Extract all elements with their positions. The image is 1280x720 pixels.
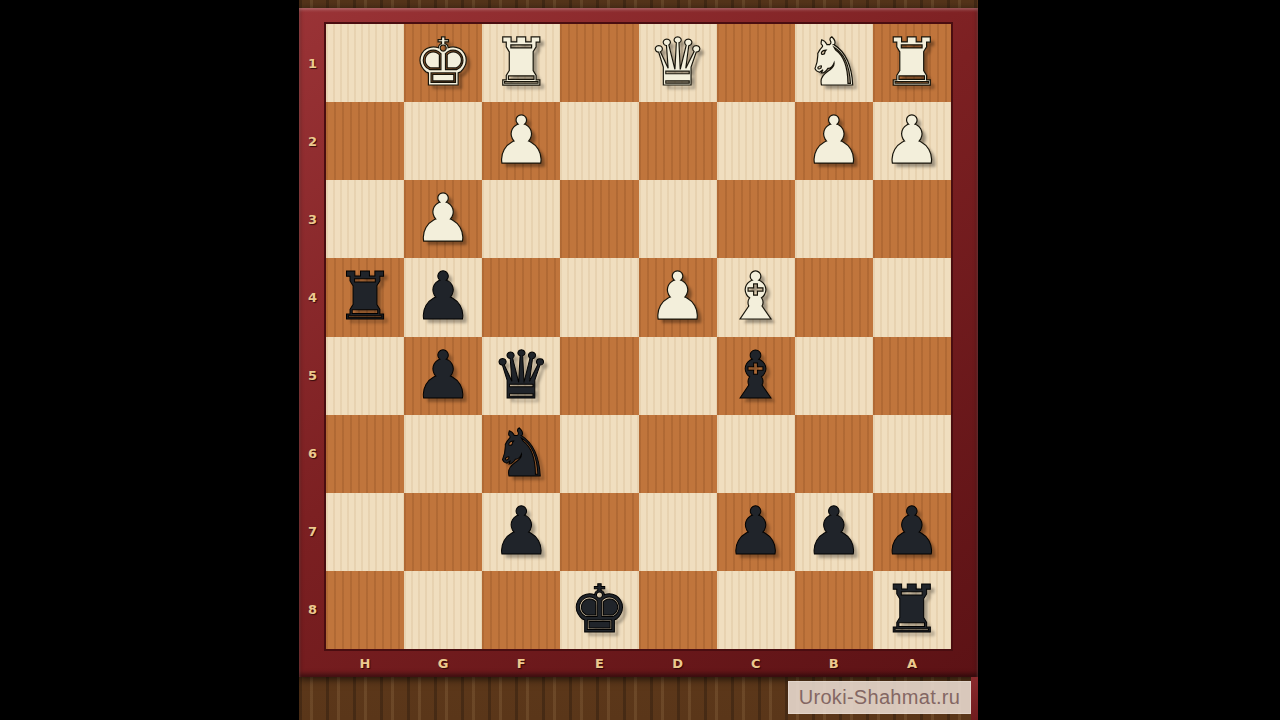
rank-label-7: 7 <box>299 493 326 571</box>
white-pawn[interactable]: ♟ <box>648 264 707 330</box>
square-g7[interactable] <box>404 493 482 571</box>
square-g5[interactable]: ♟ <box>404 337 482 415</box>
square-d2[interactable] <box>639 102 717 180</box>
square-c5[interactable]: ♝ <box>717 337 795 415</box>
black-queen[interactable]: ♛ <box>492 343 551 409</box>
square-c8[interactable] <box>717 571 795 649</box>
black-pawn[interactable]: ♟ <box>492 499 551 565</box>
rank-label-2: 2 <box>299 102 326 180</box>
square-c6[interactable] <box>717 415 795 493</box>
square-b1[interactable]: ♞ <box>795 24 873 102</box>
rank-label-1: 1 <box>299 24 326 102</box>
square-b3[interactable] <box>795 180 873 258</box>
square-a3[interactable] <box>873 180 951 258</box>
square-h2[interactable] <box>326 102 404 180</box>
file-label-g: G <box>404 649 482 677</box>
square-e7[interactable] <box>560 493 638 571</box>
black-knight[interactable]: ♞ <box>492 421 551 487</box>
white-pawn[interactable]: ♟ <box>414 186 473 252</box>
white-rook[interactable]: ♜ <box>492 30 551 96</box>
black-pawn[interactable]: ♟ <box>882 499 941 565</box>
black-pawn[interactable]: ♟ <box>726 499 785 565</box>
file-label-d: D <box>639 649 717 677</box>
file-label-c: C <box>717 649 795 677</box>
file-label-f: F <box>482 649 560 677</box>
square-h6[interactable] <box>326 415 404 493</box>
square-e4[interactable] <box>560 258 638 336</box>
square-g4[interactable]: ♟ <box>404 258 482 336</box>
white-pawn[interactable]: ♟ <box>804 108 863 174</box>
square-b4[interactable] <box>795 258 873 336</box>
square-e2[interactable] <box>560 102 638 180</box>
file-label-b: B <box>795 649 873 677</box>
square-b5[interactable] <box>795 337 873 415</box>
chess-board[interactable]: ♚♜♛♞♜♟♟♟♟♜♟♟♝♟♛♝♞♟♟♟♟♚♜ <box>326 24 951 649</box>
square-f2[interactable]: ♟ <box>482 102 560 180</box>
square-g3[interactable]: ♟ <box>404 180 482 258</box>
black-bishop[interactable]: ♝ <box>726 343 785 409</box>
square-c2[interactable] <box>717 102 795 180</box>
square-d7[interactable] <box>639 493 717 571</box>
square-h5[interactable] <box>326 337 404 415</box>
rank-label-4: 4 <box>299 258 326 336</box>
white-knight[interactable]: ♞ <box>804 30 863 96</box>
square-f4[interactable] <box>482 258 560 336</box>
black-rook[interactable]: ♜ <box>335 264 394 330</box>
black-king[interactable]: ♚ <box>570 577 629 643</box>
square-c4[interactable]: ♝ <box>717 258 795 336</box>
square-b6[interactable] <box>795 415 873 493</box>
white-pawn[interactable]: ♟ <box>882 108 941 174</box>
square-d1[interactable]: ♛ <box>639 24 717 102</box>
square-g6[interactable] <box>404 415 482 493</box>
board-frame: ♚♜♛♞♜♟♟♟♟♜♟♟♝♟♛♝♞♟♟♟♟♚♜ 12345678HGFEDCBA <box>299 8 978 677</box>
square-c1[interactable] <box>717 24 795 102</box>
white-pawn[interactable]: ♟ <box>492 108 551 174</box>
square-c7[interactable]: ♟ <box>717 493 795 571</box>
square-a5[interactable] <box>873 337 951 415</box>
square-d3[interactable] <box>639 180 717 258</box>
square-f3[interactable] <box>482 180 560 258</box>
square-b7[interactable]: ♟ <box>795 493 873 571</box>
file-label-a: A <box>873 649 951 677</box>
square-h4[interactable]: ♜ <box>326 258 404 336</box>
square-g2[interactable] <box>404 102 482 180</box>
square-g8[interactable] <box>404 571 482 649</box>
square-h3[interactable] <box>326 180 404 258</box>
square-d5[interactable] <box>639 337 717 415</box>
square-e8[interactable]: ♚ <box>560 571 638 649</box>
square-f1[interactable]: ♜ <box>482 24 560 102</box>
rank-label-6: 6 <box>299 415 326 493</box>
square-g1[interactable]: ♚ <box>404 24 482 102</box>
square-a2[interactable]: ♟ <box>873 102 951 180</box>
square-a8[interactable]: ♜ <box>873 571 951 649</box>
black-pawn[interactable]: ♟ <box>414 264 473 330</box>
square-e6[interactable] <box>560 415 638 493</box>
square-f6[interactable]: ♞ <box>482 415 560 493</box>
square-a6[interactable] <box>873 415 951 493</box>
square-h7[interactable] <box>326 493 404 571</box>
white-bishop[interactable]: ♝ <box>726 264 785 330</box>
white-queen[interactable]: ♛ <box>648 30 707 96</box>
black-rook[interactable]: ♜ <box>882 577 941 643</box>
square-b8[interactable] <box>795 571 873 649</box>
square-b2[interactable]: ♟ <box>795 102 873 180</box>
square-a1[interactable]: ♜ <box>873 24 951 102</box>
square-a7[interactable]: ♟ <box>873 493 951 571</box>
white-rook[interactable]: ♜ <box>882 30 941 96</box>
square-f8[interactable] <box>482 571 560 649</box>
rank-label-3: 3 <box>299 180 326 258</box>
file-label-e: E <box>560 649 638 677</box>
watermark: Uroki-Shahmat.ru <box>788 681 971 714</box>
rank-label-5: 5 <box>299 337 326 415</box>
black-pawn[interactable]: ♟ <box>804 499 863 565</box>
white-king[interactable]: ♚ <box>414 30 473 96</box>
square-f5[interactable]: ♛ <box>482 337 560 415</box>
square-d6[interactable] <box>639 415 717 493</box>
square-e5[interactable] <box>560 337 638 415</box>
square-c3[interactable] <box>717 180 795 258</box>
watermark-text: Uroki-Shahmat.ru <box>799 686 961 709</box>
black-pawn[interactable]: ♟ <box>414 343 473 409</box>
square-f7[interactable]: ♟ <box>482 493 560 571</box>
square-d8[interactable] <box>639 571 717 649</box>
square-d4[interactable]: ♟ <box>639 258 717 336</box>
file-label-h: H <box>326 649 404 677</box>
square-a4[interactable] <box>873 258 951 336</box>
rank-label-8: 8 <box>299 571 326 649</box>
square-e1[interactable] <box>560 24 638 102</box>
square-h8[interactable] <box>326 571 404 649</box>
square-h1[interactable] <box>326 24 404 102</box>
square-e3[interactable] <box>560 180 638 258</box>
frame-edge-sliver <box>971 677 978 720</box>
